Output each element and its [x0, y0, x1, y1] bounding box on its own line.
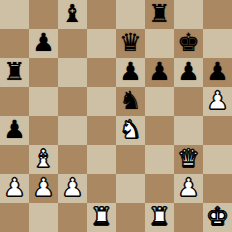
square-d1[interactable]: ♜ [87, 203, 116, 232]
square-e7[interactable]: ♛ [116, 29, 145, 58]
square-h5[interactable]: ♟ [203, 87, 232, 116]
square-e6[interactable]: ♟ [116, 58, 145, 87]
square-d8[interactable] [87, 0, 116, 29]
square-g3[interactable]: ♛ [174, 145, 203, 174]
square-b1[interactable] [29, 203, 58, 232]
square-b2[interactable]: ♟ [29, 174, 58, 203]
square-h4[interactable] [203, 116, 232, 145]
square-a3[interactable] [0, 145, 29, 174]
piece-black-queen[interactable]: ♛ [119, 28, 141, 57]
piece-black-king[interactable]: ♚ [177, 28, 199, 57]
square-f3[interactable] [145, 145, 174, 174]
square-f5[interactable] [145, 87, 174, 116]
square-a5[interactable] [0, 87, 29, 116]
square-g5[interactable] [174, 87, 203, 116]
square-g2[interactable]: ♟ [174, 174, 203, 203]
piece-white-pawn[interactable]: ♟ [32, 173, 54, 202]
square-g1[interactable] [174, 203, 203, 232]
square-f8[interactable]: ♜ [145, 0, 174, 29]
square-h2[interactable] [203, 174, 232, 203]
piece-white-pawn[interactable]: ♟ [177, 173, 199, 202]
square-b6[interactable] [29, 58, 58, 87]
square-f1[interactable]: ♜ [145, 203, 174, 232]
square-b7[interactable]: ♟ [29, 29, 58, 58]
piece-white-pawn[interactable]: ♟ [61, 173, 83, 202]
square-h8[interactable] [203, 0, 232, 29]
square-b3[interactable]: ♝ [29, 145, 58, 174]
piece-black-knight[interactable]: ♞ [119, 86, 141, 115]
piece-black-pawn[interactable]: ♟ [177, 57, 199, 86]
square-e1[interactable] [116, 203, 145, 232]
piece-black-rook[interactable]: ♜ [3, 57, 25, 86]
square-c7[interactable] [58, 29, 87, 58]
square-c2[interactable]: ♟ [58, 174, 87, 203]
square-h7[interactable] [203, 29, 232, 58]
piece-black-pawn[interactable]: ♟ [3, 115, 25, 144]
square-a6[interactable]: ♜ [0, 58, 29, 87]
square-c3[interactable] [58, 145, 87, 174]
square-a1[interactable] [0, 203, 29, 232]
square-h1[interactable]: ♚ [203, 203, 232, 232]
square-e3[interactable] [116, 145, 145, 174]
square-c6[interactable] [58, 58, 87, 87]
square-c5[interactable] [58, 87, 87, 116]
square-a7[interactable] [0, 29, 29, 58]
piece-black-pawn[interactable]: ♟ [148, 57, 170, 86]
piece-black-pawn[interactable]: ♟ [32, 28, 54, 57]
piece-black-pawn[interactable]: ♟ [206, 57, 228, 86]
square-f7[interactable] [145, 29, 174, 58]
square-a2[interactable]: ♟ [0, 174, 29, 203]
square-c1[interactable] [58, 203, 87, 232]
square-f6[interactable]: ♟ [145, 58, 174, 87]
square-f4[interactable] [145, 116, 174, 145]
square-a8[interactable] [0, 0, 29, 29]
square-h6[interactable]: ♟ [203, 58, 232, 87]
piece-white-rook[interactable]: ♜ [90, 202, 112, 231]
piece-black-rook[interactable]: ♜ [148, 0, 170, 28]
square-g7[interactable]: ♚ [174, 29, 203, 58]
square-g6[interactable]: ♟ [174, 58, 203, 87]
square-b4[interactable] [29, 116, 58, 145]
piece-white-bishop[interactable]: ♝ [32, 144, 54, 173]
chess-board: ♝♜♟♛♚♜♟♟♟♟♞♟♟♞♝♛♟♟♟♟♜♜♚ [0, 0, 232, 232]
square-g8[interactable] [174, 0, 203, 29]
square-h3[interactable] [203, 145, 232, 174]
square-b5[interactable] [29, 87, 58, 116]
piece-white-rook[interactable]: ♜ [148, 202, 170, 231]
square-d6[interactable] [87, 58, 116, 87]
square-c8[interactable]: ♝ [58, 0, 87, 29]
piece-white-king[interactable]: ♚ [206, 202, 228, 231]
piece-white-pawn[interactable]: ♟ [206, 86, 228, 115]
square-e4[interactable]: ♞ [116, 116, 145, 145]
square-b8[interactable] [29, 0, 58, 29]
square-d7[interactable] [87, 29, 116, 58]
square-e2[interactable] [116, 174, 145, 203]
square-g4[interactable] [174, 116, 203, 145]
square-d5[interactable] [87, 87, 116, 116]
piece-black-bishop[interactable]: ♝ [61, 0, 83, 28]
piece-white-pawn[interactable]: ♟ [3, 173, 25, 202]
piece-white-queen[interactable]: ♛ [177, 144, 199, 173]
square-f2[interactable] [145, 174, 174, 203]
square-a4[interactable]: ♟ [0, 116, 29, 145]
square-d4[interactable] [87, 116, 116, 145]
square-d2[interactable] [87, 174, 116, 203]
square-e5[interactable]: ♞ [116, 87, 145, 116]
square-d3[interactable] [87, 145, 116, 174]
piece-black-pawn[interactable]: ♟ [119, 57, 141, 86]
piece-white-knight[interactable]: ♞ [119, 115, 141, 144]
square-c4[interactable] [58, 116, 87, 145]
square-e8[interactable] [116, 0, 145, 29]
